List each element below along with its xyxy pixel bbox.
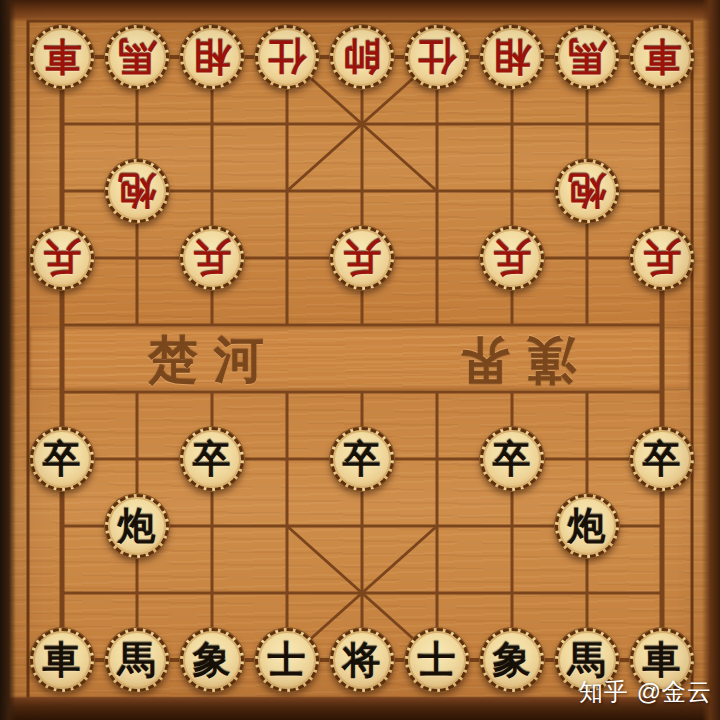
piece-glyph: 兵 <box>643 239 681 277</box>
piece-glyph: 馬 <box>118 38 156 76</box>
piece-glyph: 卒 <box>493 440 531 478</box>
piece-red-horse[interactable]: 馬 <box>555 25 619 89</box>
piece-glyph: 車 <box>43 38 81 76</box>
piece-glyph: 卒 <box>643 440 681 478</box>
piece-glyph: 兵 <box>343 239 381 277</box>
piece-red-advisor[interactable]: 仕 <box>405 25 469 89</box>
piece-black-advisor[interactable]: 士 <box>405 628 469 692</box>
piece-glyph: 士 <box>268 641 306 679</box>
piece-glyph: 炮 <box>568 507 606 545</box>
piece-red-soldier[interactable]: 兵 <box>30 226 94 290</box>
piece-glyph: 帥 <box>343 38 381 76</box>
piece-black-elephant[interactable]: 象 <box>180 628 244 692</box>
piece-red-soldier[interactable]: 兵 <box>630 226 694 290</box>
piece-glyph: 卒 <box>193 440 231 478</box>
piece-glyph: 将 <box>343 641 381 679</box>
piece-red-elephant[interactable]: 相 <box>180 25 244 89</box>
watermark: 知乎 @金云 <box>579 676 712 708</box>
piece-glyph: 車 <box>643 641 681 679</box>
piece-black-horse[interactable]: 馬 <box>105 628 169 692</box>
piece-glyph: 相 <box>493 38 531 76</box>
piece-glyph: 馬 <box>118 641 156 679</box>
piece-black-advisor[interactable]: 士 <box>255 628 319 692</box>
piece-glyph: 炮 <box>118 507 156 545</box>
piece-red-horse[interactable]: 馬 <box>105 25 169 89</box>
piece-black-soldier[interactable]: 卒 <box>180 427 244 491</box>
piece-layer: 車馬相仕帥仕相馬車炮炮兵兵兵兵兵卒卒卒卒卒炮炮車馬象士将士象馬車 <box>24 23 699 693</box>
piece-black-soldier[interactable]: 卒 <box>630 427 694 491</box>
piece-red-general[interactable]: 帥 <box>330 25 394 89</box>
piece-glyph: 相 <box>193 38 231 76</box>
piece-glyph: 馬 <box>568 38 606 76</box>
piece-glyph: 仕 <box>268 38 306 76</box>
piece-black-elephant[interactable]: 象 <box>480 628 544 692</box>
piece-black-general[interactable]: 将 <box>330 628 394 692</box>
piece-black-cannon[interactable]: 炮 <box>555 494 619 558</box>
piece-glyph: 仕 <box>418 38 456 76</box>
piece-glyph: 兵 <box>493 239 531 277</box>
piece-red-soldier[interactable]: 兵 <box>330 226 394 290</box>
piece-black-soldier[interactable]: 卒 <box>330 427 394 491</box>
piece-glyph: 炮 <box>118 172 156 210</box>
piece-glyph: 兵 <box>43 239 81 277</box>
piece-glyph: 馬 <box>568 641 606 679</box>
piece-black-soldier[interactable]: 卒 <box>480 427 544 491</box>
piece-red-soldier[interactable]: 兵 <box>480 226 544 290</box>
piece-red-advisor[interactable]: 仕 <box>255 25 319 89</box>
piece-black-cannon[interactable]: 炮 <box>105 494 169 558</box>
piece-red-chariot[interactable]: 車 <box>630 25 694 89</box>
piece-glyph: 卒 <box>343 440 381 478</box>
xiangqi-board[interactable]: 楚河 漢界 車馬相仕帥仕相馬車炮炮兵兵兵兵兵卒卒卒卒卒炮炮車馬象士将士象馬車 知… <box>0 0 720 720</box>
piece-glyph: 卒 <box>43 440 81 478</box>
piece-glyph: 炮 <box>568 172 606 210</box>
piece-glyph: 士 <box>418 641 456 679</box>
piece-glyph: 車 <box>643 38 681 76</box>
piece-black-chariot[interactable]: 車 <box>30 628 94 692</box>
piece-red-cannon[interactable]: 炮 <box>105 159 169 223</box>
piece-glyph: 象 <box>493 641 531 679</box>
piece-red-elephant[interactable]: 相 <box>480 25 544 89</box>
piece-black-soldier[interactable]: 卒 <box>30 427 94 491</box>
piece-red-soldier[interactable]: 兵 <box>180 226 244 290</box>
piece-glyph: 兵 <box>193 239 231 277</box>
piece-glyph: 車 <box>43 641 81 679</box>
piece-red-cannon[interactable]: 炮 <box>555 159 619 223</box>
piece-glyph: 象 <box>193 641 231 679</box>
piece-red-chariot[interactable]: 車 <box>30 25 94 89</box>
